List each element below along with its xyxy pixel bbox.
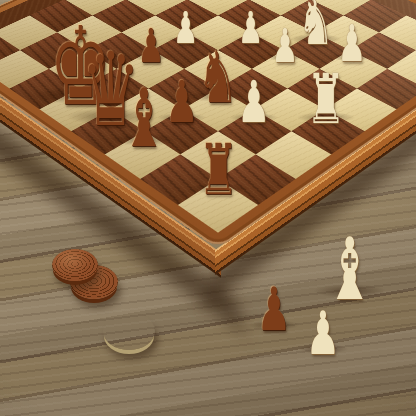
pawn-glyph: ♟ — [306, 303, 340, 363]
rook-glyph: ♜ — [198, 135, 238, 205]
rook-glyph: ♜ — [307, 65, 347, 134]
checker-disc-cream-3[interactable] — [103, 312, 155, 350]
checker-disc-brown-1[interactable] — [52, 249, 98, 281]
piece-brown-rook-h1[interactable]: ♜ — [173, 135, 263, 205]
offboard-piece-white-pawn[interactable]: ♟ — [278, 303, 368, 363]
pawn-glyph: ♟ — [271, 22, 298, 69]
bishop-glyph: ♝ — [121, 79, 167, 159]
photo-canvas: ♚♛♝♜♞♟♟♜♞♟♟♟♟♟♝♟♟ — [0, 0, 416, 416]
piece-white-pawn-g3[interactable]: ♟ — [209, 73, 299, 131]
pawn-glyph: ♟ — [237, 73, 270, 131]
